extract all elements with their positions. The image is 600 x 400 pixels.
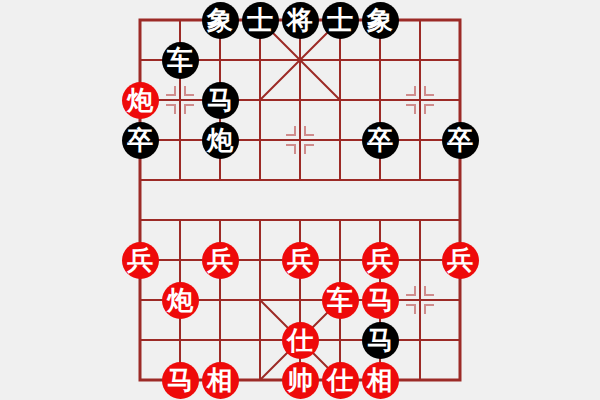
- board-point: 兵: [120, 240, 160, 280]
- board-point: 炮: [160, 280, 200, 320]
- board-point: 将: [280, 0, 320, 40]
- board-point: 士: [320, 0, 360, 40]
- piece-red-elephant[interactable]: 相: [202, 362, 239, 399]
- board-point: 兵: [280, 240, 320, 280]
- piece-black-general[interactable]: 将: [282, 2, 319, 39]
- piece-red-pawn[interactable]: 兵: [362, 242, 399, 279]
- board-point: 帅: [280, 360, 320, 400]
- piece-black-soldier[interactable]: 卒: [122, 122, 159, 159]
- piece-red-horse[interactable]: 马: [162, 362, 199, 399]
- board-point: 相: [360, 360, 400, 400]
- board-point: 兵: [360, 240, 400, 280]
- piece-red-cannon[interactable]: 炮: [122, 82, 159, 119]
- board-point: 象: [360, 0, 400, 40]
- piece-red-cannon[interactable]: 炮: [162, 282, 199, 319]
- board-point: 炮: [200, 120, 240, 160]
- piece-black-horse[interactable]: 马: [202, 82, 239, 119]
- piece-red-pawn[interactable]: 兵: [202, 242, 239, 279]
- piece-black-horse[interactable]: 马: [362, 322, 399, 359]
- board-point: 象: [200, 0, 240, 40]
- piece-red-pawn[interactable]: 兵: [442, 242, 479, 279]
- piece-black-elephant[interactable]: 象: [362, 2, 399, 39]
- piece-black-advisor[interactable]: 士: [322, 2, 359, 39]
- board-point: 卒: [440, 120, 480, 160]
- board-point: 相: [200, 360, 240, 400]
- piece-black-cannon[interactable]: 炮: [202, 122, 239, 159]
- piece-red-pawn[interactable]: 兵: [282, 242, 319, 279]
- xiangqi-board-screenshot: 象士将士象车马卒炮卒卒马炮兵兵兵兵兵炮车马仕马相帅仕相: [0, 0, 600, 400]
- board-point: 车: [160, 40, 200, 80]
- board-point: 马: [360, 320, 400, 360]
- board-point: 炮: [120, 80, 160, 120]
- board-point: 车: [320, 280, 360, 320]
- board-point: 马: [160, 360, 200, 400]
- board-point: 兵: [440, 240, 480, 280]
- piece-black-soldier[interactable]: 卒: [442, 122, 479, 159]
- piece-red-general[interactable]: 帅: [282, 362, 319, 399]
- xiangqi-board: 象士将士象车马卒炮卒卒马炮兵兵兵兵兵炮车马仕马相帅仕相: [120, 0, 480, 400]
- board-point: 马: [200, 80, 240, 120]
- piece-red-advisor[interactable]: 仕: [322, 362, 359, 399]
- piece-red-elephant[interactable]: 相: [362, 362, 399, 399]
- piece-black-chariot[interactable]: 车: [162, 42, 199, 79]
- piece-black-elephant[interactable]: 象: [202, 2, 239, 39]
- piece-red-horse[interactable]: 马: [362, 282, 399, 319]
- board-point: 仕: [320, 360, 360, 400]
- board-point: 卒: [360, 120, 400, 160]
- board-point: 士: [240, 0, 280, 40]
- piece-red-advisor[interactable]: 仕: [282, 322, 319, 359]
- piece-red-pawn[interactable]: 兵: [122, 242, 159, 279]
- board-point: 马: [360, 280, 400, 320]
- board-point: 卒: [120, 120, 160, 160]
- piece-red-chariot[interactable]: 车: [322, 282, 359, 319]
- board-point: 兵: [200, 240, 240, 280]
- piece-black-soldier[interactable]: 卒: [362, 122, 399, 159]
- piece-black-advisor[interactable]: 士: [242, 2, 279, 39]
- board-point: 仕: [280, 320, 320, 360]
